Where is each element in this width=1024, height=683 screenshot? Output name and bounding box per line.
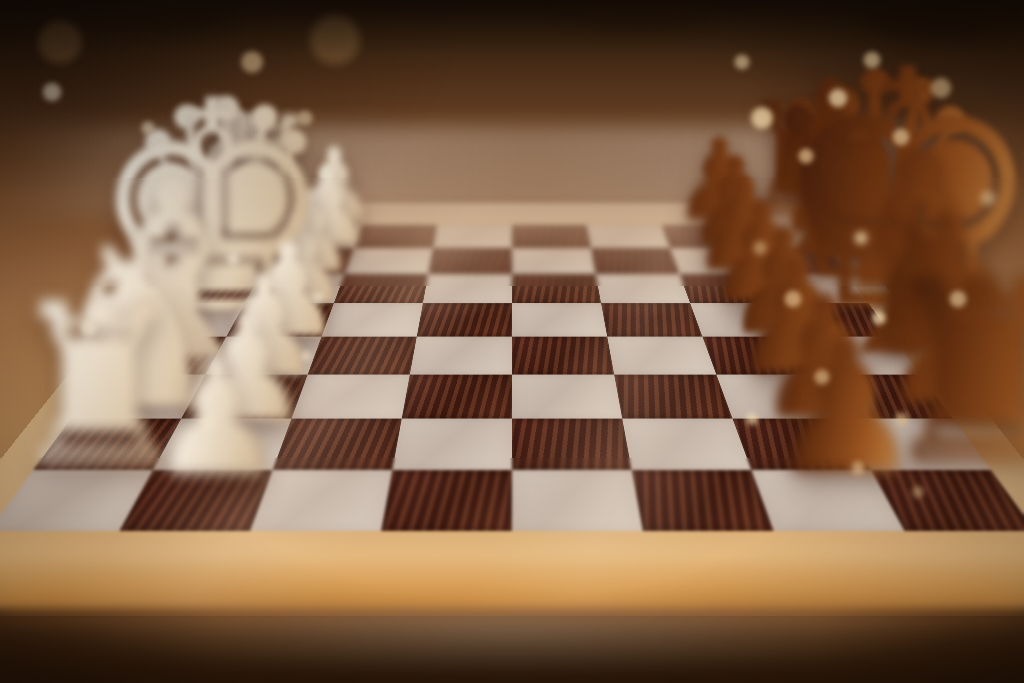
bokeh-light [296,109,314,127]
chess-photo: ♜♞♝♚♛♝♞♜♟♟♟♟♟♟♟♟♜♞♝♚♛♝♞♜♟♟♟♟♟♟♟♟ [0,0,1024,683]
bokeh-light [948,289,968,309]
bokeh-light [140,120,156,136]
bokeh-light [745,412,759,426]
bokeh-light [239,49,265,75]
bokeh-light [783,289,803,309]
bokeh-light [827,87,849,109]
bokeh-light [749,105,775,131]
bokeh-light [911,485,925,499]
bokeh-light [862,50,882,70]
bokeh-light [891,127,911,147]
bokeh-light [871,310,887,326]
bokeh-light [79,319,97,337]
warm-edge-glow [0,546,1024,630]
bokeh-light [300,350,312,362]
bokeh-light [199,413,217,431]
bokeh-light [797,147,815,165]
bokeh-light [894,411,910,427]
bokeh-light [813,368,831,386]
bokeh-light [311,291,325,305]
bokeh-light [853,230,869,246]
bokeh-light [850,460,866,476]
bokeh-light [226,252,240,266]
bokeh-light [733,53,751,71]
bokeh-light [41,81,63,103]
bokeh-light [979,189,997,207]
bokeh-light [305,10,365,70]
bokeh-light [752,240,768,256]
bokeh-light [34,16,86,68]
bokeh-light [929,76,953,100]
